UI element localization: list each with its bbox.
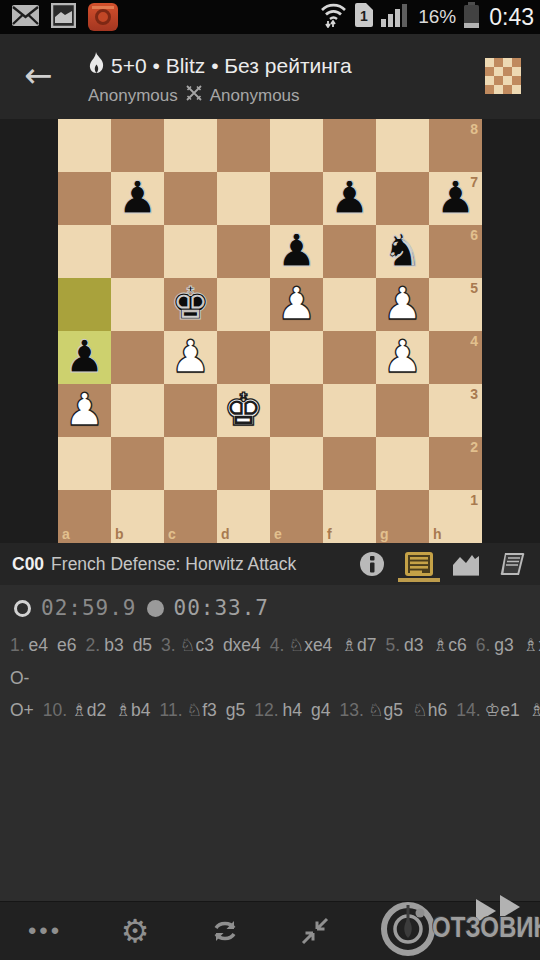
settings-button[interactable]: ⚙ bbox=[90, 902, 180, 960]
square-h5[interactable]: 5 bbox=[429, 278, 482, 331]
file-label-d: d bbox=[221, 526, 230, 542]
toolbar-spacer bbox=[360, 902, 450, 960]
flip-board-button[interactable] bbox=[180, 902, 270, 960]
square-d6[interactable] bbox=[217, 225, 270, 278]
rank-label-3: 3 bbox=[470, 386, 478, 402]
tab-book[interactable] bbox=[498, 547, 528, 581]
rank-label-6: 6 bbox=[470, 227, 478, 243]
file-label-g: g bbox=[380, 526, 389, 542]
move-3-white[interactable]: ♘c3 bbox=[180, 635, 214, 655]
move-5-white[interactable]: d3 bbox=[404, 635, 423, 655]
square-e2[interactable] bbox=[270, 437, 323, 490]
square-c4[interactable]: ♟ bbox=[164, 331, 217, 384]
rank-label-8: 8 bbox=[470, 121, 478, 137]
move-number-3[interactable]: 3. bbox=[161, 635, 176, 655]
square-f8[interactable] bbox=[323, 119, 376, 172]
opening-bar: C00 French Defense: Horwitz Attack bbox=[0, 543, 540, 585]
move-1-black[interactable]: e6 bbox=[57, 635, 76, 655]
square-b2[interactable] bbox=[111, 437, 164, 490]
square-a3[interactable]: ♟ bbox=[58, 384, 111, 437]
bottom-toolbar: ••• ⚙ bbox=[0, 901, 540, 960]
square-a1[interactable]: a bbox=[58, 490, 111, 543]
crossed-swords-icon bbox=[185, 84, 203, 107]
square-a4[interactable]: ♟ bbox=[58, 331, 111, 384]
move-5-black[interactable]: ♗c6 bbox=[433, 635, 467, 655]
move-4-black[interactable]: ♗d7 bbox=[341, 635, 376, 655]
move-10-white[interactable]: ♗d2 bbox=[71, 700, 106, 720]
square-d7[interactable] bbox=[217, 172, 270, 225]
square-d8[interactable] bbox=[217, 119, 270, 172]
move-12-white[interactable]: h4 bbox=[283, 700, 302, 720]
square-h6[interactable]: 6 bbox=[429, 225, 482, 278]
square-h7[interactable]: ♟7 bbox=[429, 172, 482, 225]
tab-info[interactable] bbox=[357, 547, 387, 581]
square-e1[interactable]: e bbox=[270, 490, 323, 543]
black-piece-e6: ♟ bbox=[270, 225, 323, 277]
white-piece-d3: ♚ bbox=[217, 384, 270, 436]
board-area: 8♟♟♟7♟♞6♚♟♟5♟♟♟4♟♚32abcdefgh1 bbox=[0, 119, 540, 543]
square-b3[interactable] bbox=[111, 384, 164, 437]
black-player-name: Anonymous bbox=[210, 86, 300, 106]
move-number-1[interactable]: 1. bbox=[10, 635, 25, 655]
move-number-4[interactable]: 4. bbox=[270, 635, 285, 655]
square-c1[interactable]: c bbox=[164, 490, 217, 543]
square-g3[interactable] bbox=[376, 384, 429, 437]
file-label-f: f bbox=[327, 526, 332, 542]
blitz-flame-icon bbox=[88, 52, 105, 79]
move-number-11[interactable]: 11. bbox=[159, 700, 182, 720]
square-f4[interactable] bbox=[323, 331, 376, 384]
moves-panel: 02:59.9 00:33.7 1.e4e62.b3d53.♘c3dxe44.♘… bbox=[0, 585, 540, 901]
game-title-row: 5+0 • Blitz • Без рейтинга bbox=[88, 52, 352, 79]
black-clock: 00:33.7 bbox=[174, 596, 270, 620]
square-g5[interactable]: ♟ bbox=[376, 278, 429, 331]
move-2-white[interactable]: b3 bbox=[104, 635, 123, 655]
square-e7[interactable] bbox=[270, 172, 323, 225]
game-title: 5+0 • Blitz • Без рейтинга bbox=[111, 54, 352, 78]
square-d3[interactable]: ♚ bbox=[217, 384, 270, 437]
black-piece-g6: ♞ bbox=[376, 225, 429, 277]
move-6-black[interactable]: ♗xe4 bbox=[523, 635, 540, 655]
sim-icon: 1 bbox=[354, 2, 374, 32]
wifi-icon bbox=[320, 2, 347, 32]
move-4-white[interactable]: ♘xe4 bbox=[288, 635, 332, 655]
white-player-name: Anonymous bbox=[88, 86, 178, 106]
app-screen: 1 16% 0:43 ← 5+0 • Blitz • Бе bbox=[0, 0, 540, 960]
square-a8[interactable] bbox=[58, 119, 111, 172]
rank-label-7: 7 bbox=[470, 174, 478, 190]
menu-button[interactable]: ••• bbox=[0, 902, 90, 960]
move-number-10[interactable]: 10. bbox=[43, 700, 67, 720]
back-arrow-button[interactable]: ← bbox=[24, 56, 53, 94]
black-piece-b7: ♟ bbox=[111, 172, 164, 224]
square-c8[interactable] bbox=[164, 119, 217, 172]
square-f6[interactable] bbox=[323, 225, 376, 278]
move-10-black[interactable]: ♗b4 bbox=[115, 700, 150, 720]
square-c6[interactable] bbox=[164, 225, 217, 278]
square-d1[interactable]: d bbox=[217, 490, 270, 543]
battery-icon bbox=[463, 2, 480, 32]
square-h1[interactable]: h1 bbox=[429, 490, 482, 543]
collapse-button[interactable] bbox=[270, 902, 360, 960]
move-2-black[interactable]: d5 bbox=[133, 635, 152, 655]
envelope-icon bbox=[12, 5, 39, 30]
chess-board[interactable]: 8♟♟♟7♟♞6♚♟♟5♟♟♟4♟♚32abcdefgh1 bbox=[58, 119, 482, 543]
move-3-black[interactable]: dxe4 bbox=[223, 635, 261, 655]
square-b7[interactable]: ♟ bbox=[111, 172, 164, 225]
status-clock: 0:43 bbox=[487, 4, 534, 31]
black-piece-f7: ♟ bbox=[323, 172, 376, 224]
square-g8[interactable] bbox=[376, 119, 429, 172]
move-6-white[interactable]: g3 bbox=[494, 635, 513, 655]
move-number-13[interactable]: 13. bbox=[340, 700, 364, 720]
black-piece-a4: ♟ bbox=[58, 331, 111, 383]
analysis-tabs bbox=[357, 547, 528, 581]
file-label-e: e bbox=[274, 526, 282, 542]
square-g1[interactable]: g bbox=[376, 490, 429, 543]
game-header: ← 5+0 • Blitz • Без рейтинга Anonymous A… bbox=[0, 34, 540, 119]
move-12-black[interactable]: g4 bbox=[311, 700, 330, 720]
move-1-white[interactable]: e4 bbox=[29, 635, 48, 655]
square-h8[interactable]: 8 bbox=[429, 119, 482, 172]
move-number-14[interactable]: 14. bbox=[456, 700, 480, 720]
move-13-black[interactable]: ♘h6 bbox=[412, 700, 447, 720]
black-piece-c5: ♚ bbox=[164, 278, 217, 330]
rank-label-2: 2 bbox=[470, 439, 478, 455]
move-11-white[interactable]: ♘f3 bbox=[187, 700, 217, 720]
square-g4[interactable]: ♟ bbox=[376, 331, 429, 384]
file-label-a: a bbox=[62, 526, 70, 542]
square-a5[interactable] bbox=[58, 278, 111, 331]
square-e5[interactable]: ♟ bbox=[270, 278, 323, 331]
square-g2[interactable] bbox=[376, 437, 429, 490]
tab-chart[interactable] bbox=[451, 547, 481, 581]
move-14-black[interactable]: ♗xd2+ bbox=[529, 700, 540, 720]
camera-icon bbox=[88, 3, 118, 31]
square-c5[interactable]: ♚ bbox=[164, 278, 217, 331]
square-h2[interactable]: 2 bbox=[429, 437, 482, 490]
square-g6[interactable]: ♞ bbox=[376, 225, 429, 278]
rank-label-1: 1 bbox=[470, 492, 478, 508]
rank-label-4: 4 bbox=[470, 333, 478, 349]
white-piece-g5: ♟ bbox=[376, 278, 429, 330]
white-piece-e5: ♟ bbox=[270, 278, 323, 330]
square-h4[interactable]: 4 bbox=[429, 331, 482, 384]
square-e4[interactable] bbox=[270, 331, 323, 384]
board-thumbnail-icon[interactable] bbox=[485, 58, 521, 94]
square-a6[interactable] bbox=[58, 225, 111, 278]
square-c7[interactable] bbox=[164, 172, 217, 225]
move-13-white[interactable]: ♘g5 bbox=[368, 700, 403, 720]
square-b4[interactable] bbox=[111, 331, 164, 384]
square-b5[interactable] bbox=[111, 278, 164, 331]
square-f2[interactable] bbox=[323, 437, 376, 490]
gallery-icon bbox=[51, 3, 76, 32]
black-clock-icon bbox=[147, 600, 164, 617]
square-d2[interactable] bbox=[217, 437, 270, 490]
opening-eco: C00 bbox=[12, 554, 44, 575]
forward-button[interactable] bbox=[450, 902, 540, 960]
white-clock: 02:59.9 bbox=[41, 596, 137, 620]
square-e6[interactable]: ♟ bbox=[270, 225, 323, 278]
players-row: Anonymous Anonymous bbox=[88, 84, 300, 107]
white-piece-g4: ♟ bbox=[376, 331, 429, 383]
square-f5[interactable] bbox=[323, 278, 376, 331]
square-c3[interactable] bbox=[164, 384, 217, 437]
white-clock-icon bbox=[14, 600, 31, 617]
signal-icon bbox=[381, 3, 411, 31]
square-d4[interactable] bbox=[217, 331, 270, 384]
tab-move-list[interactable] bbox=[404, 547, 434, 581]
clocks-row: 02:59.9 00:33.7 bbox=[0, 585, 540, 623]
move-14-white[interactable]: ♔e1 bbox=[485, 700, 520, 720]
move-number-2[interactable]: 2. bbox=[86, 635, 101, 655]
square-e3[interactable] bbox=[270, 384, 323, 437]
white-piece-a3: ♟ bbox=[58, 384, 111, 436]
status-bar: 1 16% 0:43 bbox=[0, 0, 540, 34]
move-number-12[interactable]: 12. bbox=[254, 700, 278, 720]
move-list[interactable]: 1.e4e62.b3d53.♘c3dxe44.♘xe4♗d75.d3♗c66.g… bbox=[0, 623, 540, 727]
move-11-black[interactable]: g5 bbox=[226, 700, 245, 720]
square-a2[interactable] bbox=[58, 437, 111, 490]
file-label-c: c bbox=[168, 526, 176, 542]
square-e8[interactable] bbox=[270, 119, 323, 172]
opening-name: French Defense: Horwitz Attack bbox=[51, 554, 296, 575]
square-b8[interactable] bbox=[111, 119, 164, 172]
file-label-h: h bbox=[433, 526, 442, 542]
move-number-6[interactable]: 6. bbox=[476, 635, 491, 655]
battery-percent: 16% bbox=[418, 6, 456, 28]
square-f1[interactable]: f bbox=[323, 490, 376, 543]
square-f3[interactable] bbox=[323, 384, 376, 437]
square-c2[interactable] bbox=[164, 437, 217, 490]
svg-text:1: 1 bbox=[360, 8, 368, 24]
file-label-b: b bbox=[115, 526, 124, 542]
rank-label-5: 5 bbox=[470, 280, 478, 296]
move-number-5[interactable]: 5. bbox=[386, 635, 401, 655]
square-a7[interactable] bbox=[58, 172, 111, 225]
square-f7[interactable]: ♟ bbox=[323, 172, 376, 225]
square-b6[interactable] bbox=[111, 225, 164, 278]
square-d5[interactable] bbox=[217, 278, 270, 331]
square-b1[interactable]: b bbox=[111, 490, 164, 543]
square-g7[interactable] bbox=[376, 172, 429, 225]
white-piece-c4: ♟ bbox=[164, 331, 217, 383]
square-h3[interactable]: 3 bbox=[429, 384, 482, 437]
